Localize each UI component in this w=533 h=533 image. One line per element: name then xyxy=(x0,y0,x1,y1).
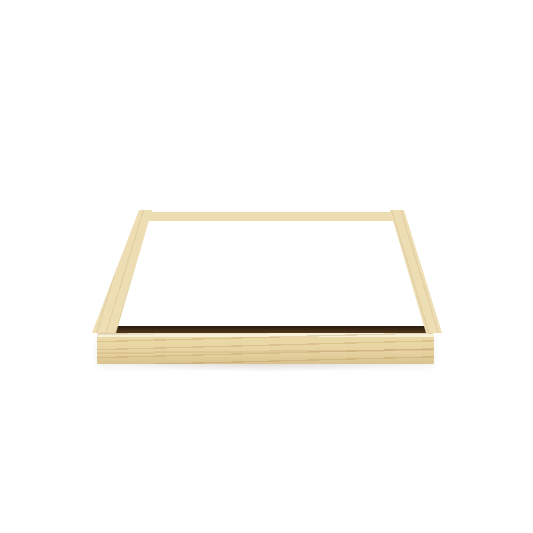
product-photo-scene xyxy=(0,0,533,533)
tray-front-wall xyxy=(97,333,434,364)
block-grid xyxy=(0,0,533,533)
